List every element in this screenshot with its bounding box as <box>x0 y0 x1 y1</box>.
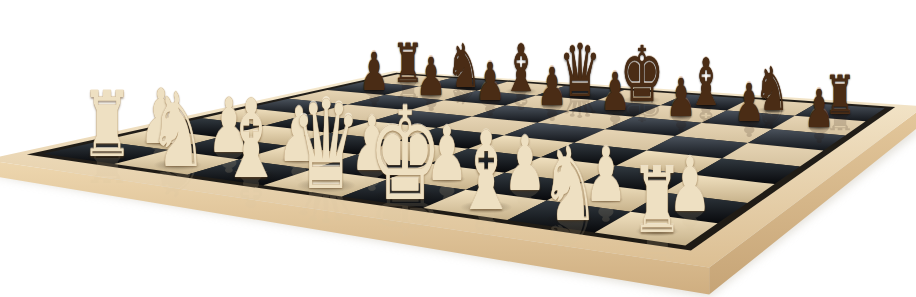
piece-black-pawn: ♟ <box>804 83 834 135</box>
piece-black-pawn: ♟ <box>536 61 566 113</box>
piece-white-knight: ♞ <box>148 80 207 182</box>
pieces-layer: ♜♜♞♞♝♝♛♛♚♚♝♝♞♞♜♜♟♟♟♟♟♟♟♟♟♟♟♟♟♟♟♟♟♟♟♟♟♟♟♟… <box>0 0 916 297</box>
piece-white-knight: ♞ <box>540 134 599 236</box>
chess-set-photo: ♜♜♞♞♝♝♛♛♚♚♝♝♞♞♜♜♟♟♟♟♟♟♟♟♟♟♟♟♟♟♟♟♟♟♟♟♟♟♟♟… <box>0 0 916 297</box>
piece-white-rook: ♜ <box>81 80 133 171</box>
piece-white-queen: ♛ <box>291 84 362 207</box>
piece-white-rook: ♜ <box>631 156 683 247</box>
piece-black-pawn: ♟ <box>475 56 505 108</box>
piece-white-bishop: ♝ <box>220 85 282 194</box>
piece-black-pawn: ♟ <box>666 72 696 124</box>
piece-black-pawn: ♟ <box>734 78 764 130</box>
piece-black-pawn: ♟ <box>600 66 630 118</box>
piece-white-king: ♚ <box>368 90 442 219</box>
piece-white-bishop: ♝ <box>455 118 517 227</box>
piece-black-bishop: ♝ <box>502 36 540 101</box>
